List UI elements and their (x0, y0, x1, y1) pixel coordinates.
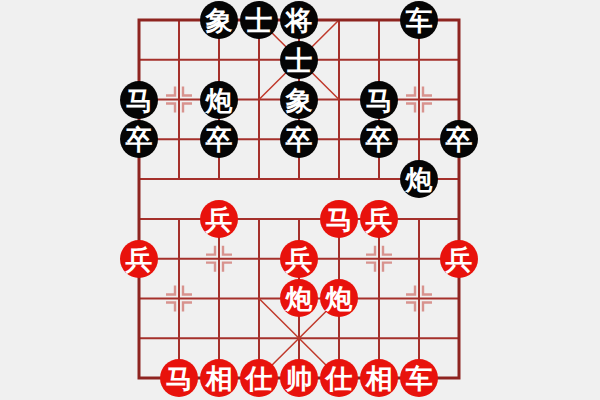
piece-black-elephant[interactable]: 象 (280, 81, 318, 119)
piece-red-chariot[interactable]: 车 (400, 359, 438, 397)
piece-black-cannon[interactable]: 炮 (200, 81, 238, 119)
piece-red-soldier[interactable]: 兵 (440, 240, 478, 278)
piece-black-soldier[interactable]: 卒 (440, 120, 478, 158)
piece-red-elephant[interactable]: 相 (200, 359, 238, 397)
piece-red-soldier[interactable]: 兵 (280, 240, 318, 278)
piece-black-general[interactable]: 将 (280, 1, 318, 39)
piece-red-horse[interactable]: 马 (320, 200, 358, 238)
piece-black-cannon[interactable]: 炮 (400, 160, 438, 198)
piece-red-general[interactable]: 帅 (280, 359, 318, 397)
piece-red-horse[interactable]: 马 (160, 359, 198, 397)
piece-red-soldier[interactable]: 兵 (120, 240, 158, 278)
piece-red-cannon[interactable]: 炮 (320, 279, 358, 317)
piece-black-horse[interactable]: 马 (120, 81, 158, 119)
piece-black-advisor[interactable]: 士 (280, 41, 318, 79)
piece-red-elephant[interactable]: 相 (360, 359, 398, 397)
piece-black-soldier[interactable]: 卒 (360, 120, 398, 158)
screenshot-canvas: 象士将车士马炮象马卒卒卒卒卒炮兵马兵兵兵兵炮炮马相仕帅仕相车 (0, 0, 600, 400)
piece-black-advisor[interactable]: 士 (240, 1, 278, 39)
piece-black-soldier[interactable]: 卒 (200, 120, 238, 158)
piece-black-horse[interactable]: 马 (360, 81, 398, 119)
piece-black-elephant[interactable]: 象 (200, 1, 238, 39)
piece-black-soldier[interactable]: 卒 (280, 120, 318, 158)
piece-red-advisor[interactable]: 仕 (240, 359, 278, 397)
piece-red-soldier[interactable]: 兵 (200, 200, 238, 238)
pieces-layer: 象士将车士马炮象马卒卒卒卒卒炮兵马兵兵兵兵炮炮马相仕帅仕相车 (0, 0, 600, 400)
piece-black-chariot[interactable]: 车 (400, 1, 438, 39)
piece-red-cannon[interactable]: 炮 (280, 279, 318, 317)
xiangqi-board[interactable]: 象士将车士马炮象马卒卒卒卒卒炮兵马兵兵兵兵炮炮马相仕帅仕相车 (0, 0, 600, 400)
piece-black-soldier[interactable]: 卒 (120, 120, 158, 158)
piece-red-soldier[interactable]: 兵 (360, 200, 398, 238)
piece-red-advisor[interactable]: 仕 (320, 359, 358, 397)
